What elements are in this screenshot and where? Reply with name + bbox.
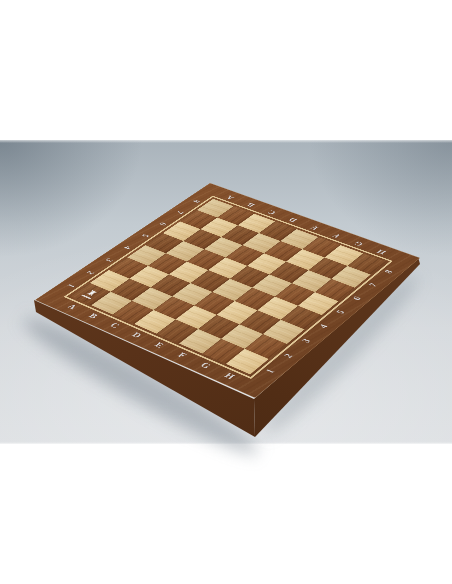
- product-photo-page: ♜ AA88BB77CC66DD55EE44FF33GG22HH11: [0, 0, 452, 584]
